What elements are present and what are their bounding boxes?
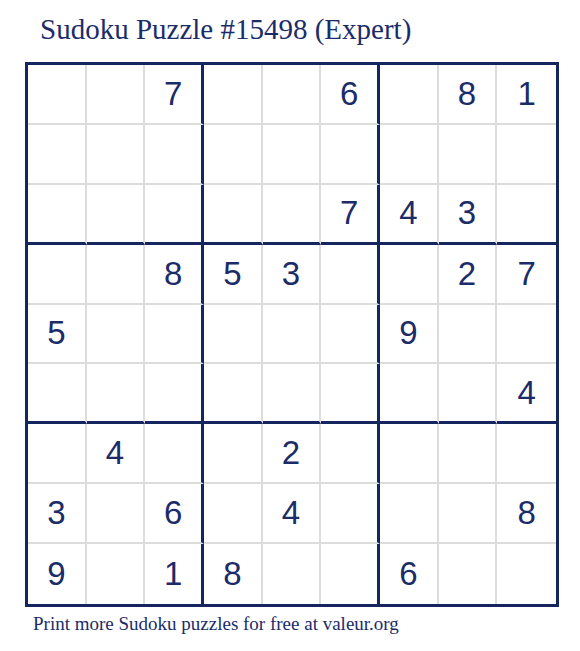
cell-r9c1: 9 xyxy=(28,544,87,604)
cell-r1c1 xyxy=(28,65,87,125)
cell-r2c1 xyxy=(28,125,87,185)
cell-r4c8: 2 xyxy=(439,245,498,305)
cell-r4c9: 7 xyxy=(497,245,556,305)
cell-r5c5 xyxy=(263,305,322,365)
cell-r6c6 xyxy=(321,364,380,424)
cell-r3c8: 3 xyxy=(439,185,498,245)
cell-r3c1 xyxy=(28,185,87,245)
cell-r2c5 xyxy=(263,125,322,185)
cell-r5c6 xyxy=(321,305,380,365)
cell-r8c5: 4 xyxy=(263,484,322,544)
cell-r2c3 xyxy=(145,125,204,185)
cell-r2c2 xyxy=(87,125,146,185)
cell-r8c8 xyxy=(439,484,498,544)
cell-r3c6: 7 xyxy=(321,185,380,245)
cell-r6c1 xyxy=(28,364,87,424)
cell-r3c5 xyxy=(263,185,322,245)
cell-r9c9 xyxy=(497,544,556,604)
cell-r1c8: 8 xyxy=(439,65,498,125)
cell-r9c4: 8 xyxy=(204,544,263,604)
cell-r7c6 xyxy=(321,424,380,484)
cell-r9c7: 6 xyxy=(380,544,439,604)
footer-text: Print more Sudoku puzzles for free at va… xyxy=(33,613,399,635)
cell-r8c3: 6 xyxy=(145,484,204,544)
cell-r1c7 xyxy=(380,65,439,125)
cell-r8c2 xyxy=(87,484,146,544)
cell-r2c4 xyxy=(204,125,263,185)
cell-r7c3 xyxy=(145,424,204,484)
cell-r1c9: 1 xyxy=(497,65,556,125)
cell-r6c2 xyxy=(87,364,146,424)
cell-r1c5 xyxy=(263,65,322,125)
cell-r8c7 xyxy=(380,484,439,544)
cell-r2c7 xyxy=(380,125,439,185)
cell-r4c3: 8 xyxy=(145,245,204,305)
cell-r9c5 xyxy=(263,544,322,604)
cell-r5c8 xyxy=(439,305,498,365)
cell-r6c7 xyxy=(380,364,439,424)
cell-r2c8 xyxy=(439,125,498,185)
cell-r4c1 xyxy=(28,245,87,305)
cell-r5c9 xyxy=(497,305,556,365)
cell-r5c1: 5 xyxy=(28,305,87,365)
sudoku-page: Sudoku Puzzle #15498 (Expert) 7681743853… xyxy=(0,0,580,651)
cell-r7c8 xyxy=(439,424,498,484)
cell-r5c3 xyxy=(145,305,204,365)
cell-r5c7: 9 xyxy=(380,305,439,365)
cell-r2c6 xyxy=(321,125,380,185)
cell-r6c9: 4 xyxy=(497,364,556,424)
cell-r9c2 xyxy=(87,544,146,604)
cell-r6c3 xyxy=(145,364,204,424)
cell-r6c8 xyxy=(439,364,498,424)
cell-r4c2 xyxy=(87,245,146,305)
cell-r6c4 xyxy=(204,364,263,424)
cell-r1c6: 6 xyxy=(321,65,380,125)
cell-r4c7 xyxy=(380,245,439,305)
cell-r7c1 xyxy=(28,424,87,484)
cell-r3c9 xyxy=(497,185,556,245)
cell-r1c4 xyxy=(204,65,263,125)
cell-r7c4 xyxy=(204,424,263,484)
cell-r9c6 xyxy=(321,544,380,604)
page-title: Sudoku Puzzle #15498 (Expert) xyxy=(40,12,411,46)
cell-r8c1: 3 xyxy=(28,484,87,544)
cell-r3c3 xyxy=(145,185,204,245)
cell-r9c3: 1 xyxy=(145,544,204,604)
cell-r5c4 xyxy=(204,305,263,365)
cell-r7c7 xyxy=(380,424,439,484)
cell-r7c2: 4 xyxy=(87,424,146,484)
sudoku-board: 7681743853275944236489186 xyxy=(25,62,559,607)
cell-r2c9 xyxy=(497,125,556,185)
cell-r3c2 xyxy=(87,185,146,245)
cell-r4c5: 3 xyxy=(263,245,322,305)
cell-r1c3: 7 xyxy=(145,65,204,125)
cell-r3c4 xyxy=(204,185,263,245)
cell-r9c8 xyxy=(439,544,498,604)
cell-r7c9 xyxy=(497,424,556,484)
cell-r7c5: 2 xyxy=(263,424,322,484)
cell-r3c7: 4 xyxy=(380,185,439,245)
cell-r4c4: 5 xyxy=(204,245,263,305)
cell-r4c6 xyxy=(321,245,380,305)
cell-r8c6 xyxy=(321,484,380,544)
cell-r5c2 xyxy=(87,305,146,365)
cell-r6c5 xyxy=(263,364,322,424)
cell-r8c4 xyxy=(204,484,263,544)
cell-r8c9: 8 xyxy=(497,484,556,544)
cell-r1c2 xyxy=(87,65,146,125)
